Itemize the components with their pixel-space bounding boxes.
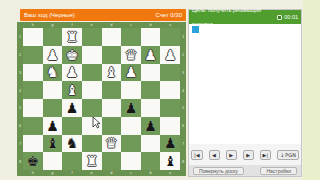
white-king-f2: ♚ (66, 48, 79, 62)
black-knight-f7: ♞ (66, 136, 79, 150)
square-a1[interactable] (160, 28, 180, 46)
square-e8[interactable]: ♜ (82, 152, 102, 170)
coord-label: g (43, 170, 63, 176)
white-pawn-g2: ♟ (46, 48, 59, 62)
coord-label: 2 (180, 46, 186, 64)
square-b1[interactable] (141, 28, 161, 46)
black-pawn-a7: ♟ (164, 136, 177, 150)
square-g5[interactable] (43, 99, 63, 117)
right-margin-strip (303, 0, 320, 180)
square-h5[interactable] (23, 99, 43, 117)
move-list (189, 24, 301, 157)
square-e3[interactable] (82, 64, 102, 82)
square-b4[interactable] (141, 81, 161, 99)
square-b7[interactable] (141, 135, 161, 153)
rank-labels-right: 12345678 (180, 28, 186, 170)
white-queen-c2: ♛ (125, 48, 138, 62)
white-knight-g3: ♞ (46, 65, 59, 79)
coord-label: 4 (180, 81, 186, 99)
goal-bar: Цель: получить решающий перевес 00:01 (189, 10, 301, 24)
square-d6[interactable] (102, 117, 122, 135)
nav-button-label: ▶ (246, 152, 250, 158)
coord-label: a (160, 170, 180, 176)
white-bishop-f4: ♝ (66, 83, 79, 97)
square-a8[interactable]: ♝ (160, 152, 180, 170)
nav-button-label: ▶| (263, 152, 269, 158)
square-f3[interactable]: ♟ (62, 64, 82, 82)
step-back-button[interactable]: ◀ (209, 150, 220, 160)
timer: 00:01 (277, 10, 298, 24)
black-bishop-g7: ♝ (46, 136, 59, 150)
square-c2[interactable]: ♛ (121, 46, 141, 64)
step-forward-button[interactable]: ▶ (243, 150, 254, 160)
square-f4[interactable]: ♝ (62, 81, 82, 99)
white-rook-e8: ♜ (85, 154, 98, 168)
black-pawn-c5: ♟ (125, 101, 138, 115)
square-h8[interactable]: ♚ (23, 152, 43, 170)
move-list-marker (192, 26, 199, 33)
coord-label: b (141, 170, 161, 176)
square-f6[interactable] (62, 117, 82, 135)
square-a4[interactable] (160, 81, 180, 99)
square-d4[interactable] (102, 81, 122, 99)
square-g1[interactable] (43, 28, 63, 46)
square-e2[interactable] (82, 46, 102, 64)
black-bishop-a8: ♝ (164, 154, 177, 168)
coord-label: 6 (180, 117, 186, 135)
white-pawn-c3: ♟ (125, 65, 138, 79)
square-c8[interactable] (121, 152, 141, 170)
square-a7[interactable]: ♟ (160, 135, 180, 153)
square-e5[interactable] (82, 99, 102, 117)
square-g8[interactable] (43, 152, 63, 170)
coord-label: d (102, 170, 122, 176)
square-c5[interactable]: ♟ (121, 99, 141, 117)
board-squares: ♜♟♚♛♟♟♞♟♝♟♝♟♟♟♟♝♞♛♟♚♜♝ (23, 28, 180, 170)
square-b6[interactable]: ♟ (141, 117, 161, 135)
white-rook-f1: ♜ (66, 30, 79, 44)
square-d7[interactable]: ♛ (102, 135, 122, 153)
square-h1[interactable] (23, 28, 43, 46)
square-f1[interactable]: ♜ (62, 28, 82, 46)
square-h6[interactable] (23, 117, 43, 135)
square-d8[interactable] (102, 152, 122, 170)
nav-button-label: PGN (285, 152, 296, 158)
square-f8[interactable] (62, 152, 82, 170)
square-c4[interactable] (121, 81, 141, 99)
square-h2[interactable] (23, 46, 43, 64)
coord-label: 3 (180, 64, 186, 82)
square-a2[interactable]: ♟ (160, 46, 180, 64)
square-h7[interactable] (23, 135, 43, 153)
black-pawn-f5: ♟ (66, 101, 79, 115)
square-e4[interactable] (82, 81, 102, 99)
go-to-start-button[interactable]: |◀ (191, 150, 203, 160)
puzzle-panel: Цель: получить решающий перевес 00:01 |◀… (188, 9, 302, 177)
square-c1[interactable] (121, 28, 141, 46)
download-icon: ↓ (280, 152, 284, 158)
square-e6[interactable] (82, 117, 102, 135)
coord-label: 5 (180, 99, 186, 117)
square-b8[interactable] (141, 152, 161, 170)
coord-label: h (23, 170, 43, 176)
square-g7[interactable]: ♝ (43, 135, 63, 153)
square-b3[interactable] (141, 64, 161, 82)
nav-button-label: |◀ (194, 152, 200, 158)
nav-button-label: ▶ (229, 152, 233, 158)
square-a5[interactable] (160, 99, 180, 117)
square-d3[interactable]: ♝ (102, 64, 122, 82)
square-f7[interactable]: ♞ (62, 135, 82, 153)
white-pawn-a2: ♟ (164, 48, 177, 62)
file-labels-bottom: hgfedcba (23, 170, 180, 176)
score-label: Счет 0/30 (155, 9, 182, 21)
square-c3[interactable]: ♟ (121, 64, 141, 82)
settings-button[interactable]: Настройки (260, 167, 297, 175)
square-b2[interactable]: ♟ (141, 46, 161, 64)
square-e7[interactable] (82, 135, 102, 153)
bottom-controls: Повернуть доску Настройки (189, 165, 301, 176)
turn-label: Ваш ход (Черные) (24, 9, 75, 21)
square-e1[interactable] (82, 28, 102, 46)
go-to-end-button[interactable]: ▶| (260, 150, 272, 160)
square-d1[interactable] (102, 28, 122, 46)
square-g2[interactable]: ♟ (43, 46, 63, 64)
white-pawn-f3: ♟ (66, 65, 79, 79)
black-king-h8: ♚ (27, 154, 40, 168)
coord-label: e (82, 170, 102, 176)
square-c6[interactable] (121, 117, 141, 135)
coord-label: c (121, 170, 141, 176)
square-c7[interactable] (121, 135, 141, 153)
coord-label: f (62, 170, 82, 176)
coord-label: 1 (180, 28, 186, 46)
square-g4[interactable] (43, 81, 63, 99)
nav-button-label: ◀ (212, 152, 216, 158)
square-g6[interactable]: ♟ (43, 117, 63, 135)
nav-controls: |◀◀▶▶▶|↓PGN (189, 144, 301, 165)
square-f2[interactable]: ♚ (62, 46, 82, 64)
turn-status-bar: Ваш ход (Черные) Счет 0/30 (20, 9, 186, 21)
square-g3[interactable]: ♞ (43, 64, 63, 82)
square-a3[interactable] (160, 64, 180, 82)
chess-board: hgfedcba hgfedcba 12345678 12345678 ♜♟♚♛… (17, 22, 186, 176)
black-pawn-b6: ♟ (144, 119, 157, 133)
download-pgn-button[interactable]: ↓PGN (277, 150, 299, 160)
white-bishop-d3: ♝ (105, 65, 118, 79)
app-window: Ваш ход (Черные) Счет 0/30 hgfedcba hgfe… (0, 0, 320, 180)
white-queen-d7: ♛ (105, 136, 118, 150)
play-button[interactable]: ▶ (226, 150, 237, 160)
square-b5[interactable] (141, 99, 161, 117)
square-d5[interactable] (102, 99, 122, 117)
clock-icon (277, 15, 282, 20)
square-h3[interactable] (23, 64, 43, 82)
coord-label: 8 (180, 152, 186, 170)
coord-label: 7 (180, 135, 186, 153)
black-pawn-g6: ♟ (46, 119, 59, 133)
white-pawn-b2: ♟ (144, 48, 157, 62)
timer-value: 00:01 (284, 10, 298, 24)
flip-board-button[interactable]: Повернуть доску (193, 167, 244, 175)
square-h4[interactable] (23, 81, 43, 99)
square-a6[interactable] (160, 117, 180, 135)
square-f5[interactable]: ♟ (62, 99, 82, 117)
square-d2[interactable] (102, 46, 122, 64)
